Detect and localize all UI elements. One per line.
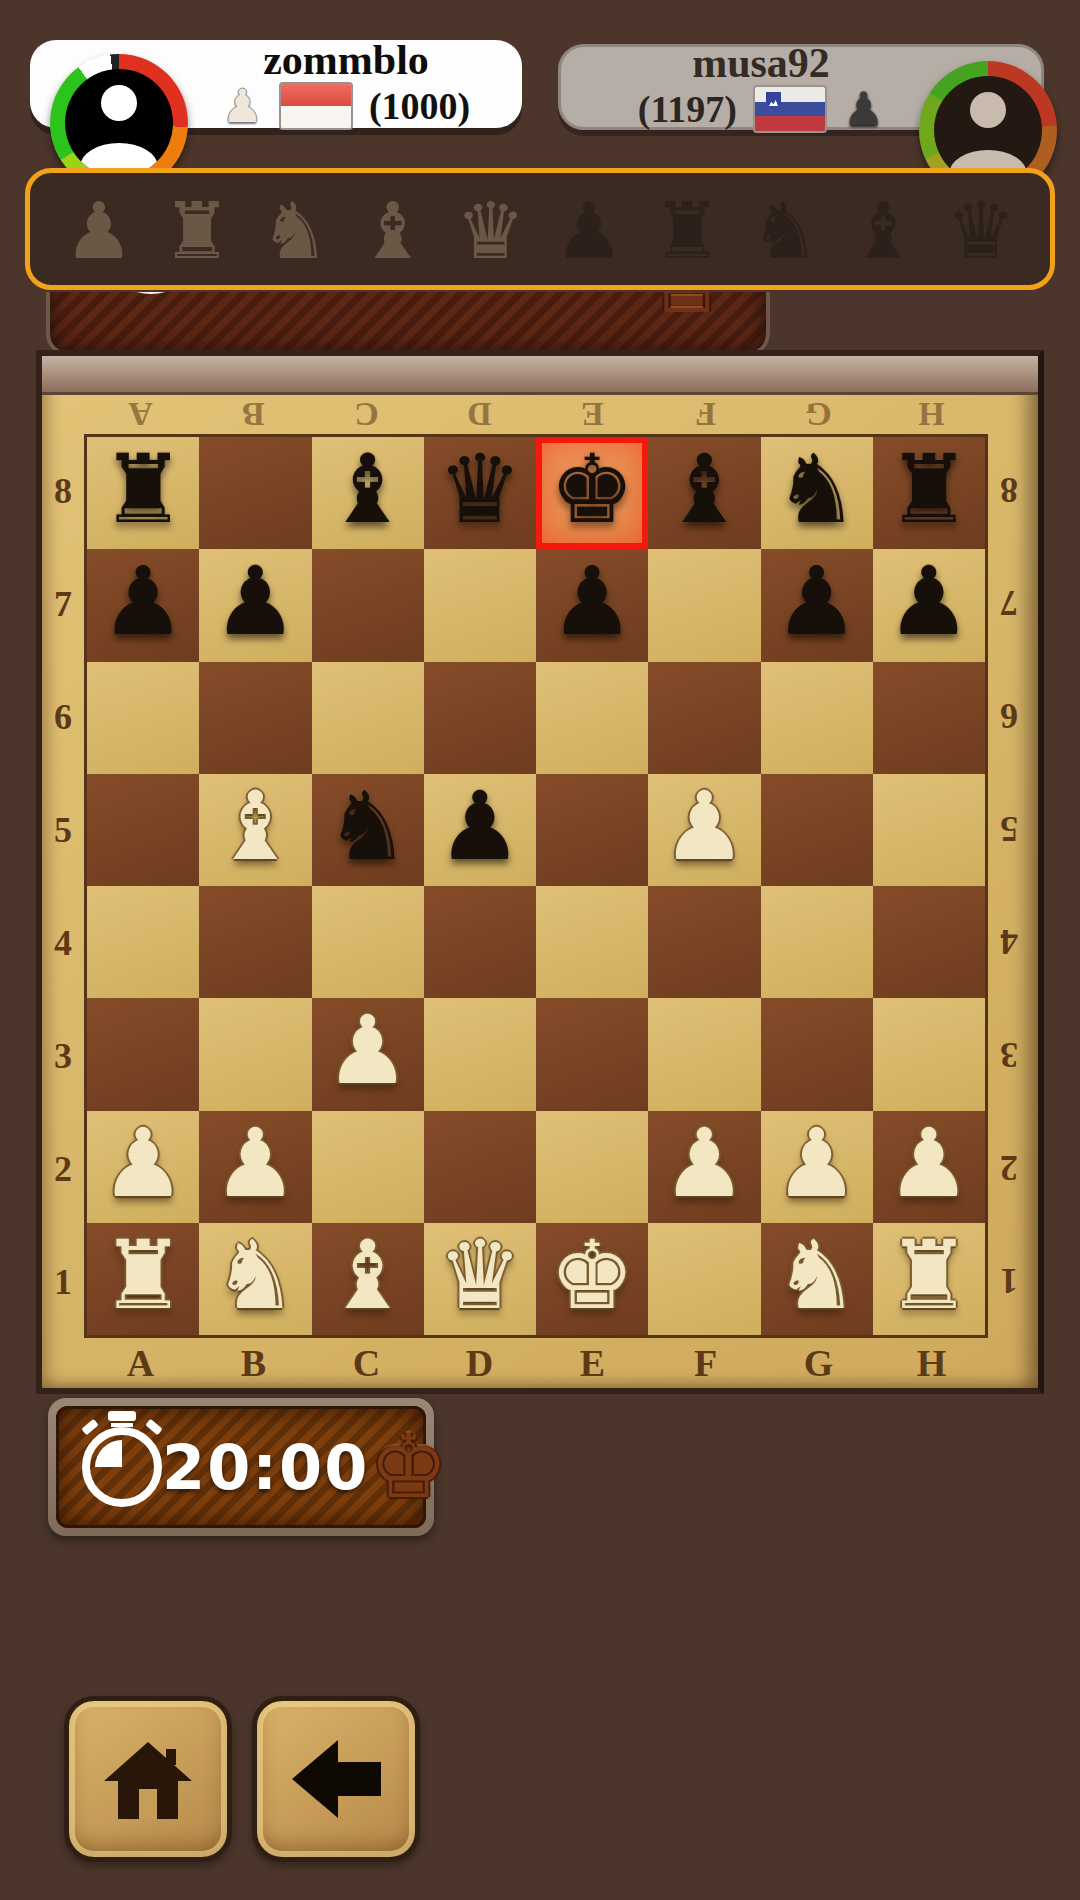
white-pawn-h2: ♟ — [873, 1107, 985, 1219]
file-label-top-D: D — [423, 394, 536, 434]
square-h4[interactable] — [873, 886, 985, 998]
square-a1[interactable]: ♜ — [87, 1223, 199, 1335]
stopwatch-icon — [82, 1427, 162, 1507]
tray-black-queen-icon: ♛ — [946, 179, 1016, 283]
person-icon — [101, 85, 137, 121]
tray-white-knight-icon: ♞ — [260, 179, 330, 283]
square-e7[interactable]: ♟ — [536, 549, 648, 661]
black-knight-c5: ♞ — [312, 770, 424, 882]
file-label-bottom-E: E — [536, 1338, 649, 1388]
square-b5[interactable]: ♝ — [199, 774, 311, 886]
square-b1[interactable]: ♞ — [199, 1223, 311, 1335]
square-f6[interactable] — [648, 662, 760, 774]
back-button[interactable] — [252, 1696, 420, 1862]
rank-label-right-2: 2 — [988, 1112, 1030, 1225]
file-label-bottom-D: D — [423, 1338, 536, 1388]
player-name-white: zommblo — [170, 38, 522, 82]
stopwatch-icon — [102, 292, 200, 294]
white-king-e1: ♚ — [536, 1219, 648, 1331]
rank-label-right-7: 7 — [988, 547, 1030, 660]
rank-label-right-6: 6 — [988, 660, 1030, 773]
square-f8[interactable]: ♝ — [648, 437, 760, 549]
app-root: { "game": "chess", "position": { "fen": … — [0, 0, 1080, 1900]
white-bishop-b5: ♝ — [199, 770, 311, 882]
white-pawn-c3: ♟ — [312, 994, 424, 1106]
square-g4[interactable] — [761, 886, 873, 998]
rank-label-right-3: 3 — [988, 999, 1030, 1112]
square-e8[interactable]: ♚ — [536, 437, 648, 549]
square-d1[interactable]: ♛ — [424, 1223, 536, 1335]
opponent-timer-bar: ♚ — [46, 292, 770, 356]
black-pawn-b7: ♟ — [199, 545, 311, 657]
square-e6[interactable] — [536, 662, 648, 774]
square-a8[interactable]: ♜ — [87, 437, 199, 549]
square-a7[interactable]: ♟ — [87, 549, 199, 661]
square-h3[interactable] — [873, 998, 985, 1110]
square-g2[interactable]: ♟ — [761, 1111, 873, 1223]
square-d2[interactable] — [424, 1111, 536, 1223]
white-pawn-f2: ♟ — [648, 1107, 760, 1219]
white-pawn-f5: ♟ — [648, 770, 760, 882]
square-d4[interactable] — [424, 886, 536, 998]
square-h2[interactable]: ♟ — [873, 1111, 985, 1223]
player-rating-black: (1197) — [638, 87, 737, 131]
rank-label-left-4: 4 — [42, 886, 84, 999]
tray-black-knight-icon: ♞ — [750, 179, 820, 283]
file-label-top-A: A — [84, 394, 197, 434]
square-c4[interactable] — [312, 886, 424, 998]
rank-label-left-8: 8 — [42, 434, 84, 547]
square-c3[interactable]: ♟ — [312, 998, 424, 1110]
person-icon — [970, 92, 1006, 128]
captured-black-group: ♟ ♜ ♞ ♝ ♛ — [554, 179, 1016, 283]
square-h6[interactable] — [873, 662, 985, 774]
file-label-bottom-C: C — [310, 1338, 423, 1388]
rank-label-right-5: 5 — [988, 773, 1030, 886]
rank-label-left-7: 7 — [42, 547, 84, 660]
file-label-top-E: E — [536, 394, 649, 434]
captured-pieces-tray: ♟ ♜ ♞ ♝ ♛ ♟ ♜ ♞ ♝ ♛ — [25, 168, 1055, 290]
file-label-bottom-B: B — [197, 1338, 310, 1388]
back-arrow-icon — [286, 1729, 386, 1829]
black-pawn-g7: ♟ — [761, 545, 873, 657]
tray-white-queen-icon: ♛ — [456, 179, 526, 283]
white-rook-a1: ♜ — [87, 1219, 199, 1331]
chess-board: ♜♝♛♚♝♞♜♟♟♟♟♟♝♞♟♟♟♟♟♟♟♟♜♞♝♛♚♞♜ 8877665544… — [36, 350, 1044, 1394]
square-g6[interactable] — [761, 662, 873, 774]
square-b3[interactable] — [199, 998, 311, 1110]
player-rating-white: (1000) — [369, 84, 470, 128]
white-pawn-icon: ♟ — [222, 83, 263, 129]
player-name-black: musa92 — [631, 41, 891, 85]
square-d8[interactable]: ♛ — [424, 437, 536, 549]
black-knight-g8: ♞ — [761, 433, 873, 545]
square-g8[interactable]: ♞ — [761, 437, 873, 549]
square-h1[interactable]: ♜ — [873, 1223, 985, 1335]
home-button[interactable] — [64, 1696, 232, 1862]
rank-label-left-3: 3 — [42, 999, 84, 1112]
square-b6[interactable] — [199, 662, 311, 774]
square-e1[interactable]: ♚ — [536, 1223, 648, 1335]
black-king-icon: ♚ — [369, 1412, 448, 1522]
home-icon — [98, 1729, 198, 1829]
bottom-nav — [64, 1696, 420, 1862]
captured-white-group: ♟ ♜ ♞ ♝ ♛ — [64, 179, 526, 283]
white-pawn-g2: ♟ — [761, 1107, 873, 1219]
black-bishop-f8: ♝ — [648, 433, 760, 545]
player-timer-bar: 20:00 ♚ — [56, 1406, 426, 1528]
board-grid: ♜♝♛♚♝♞♜♟♟♟♟♟♝♞♟♟♟♟♟♟♟♟♜♞♝♛♚♞♜ — [84, 434, 988, 1338]
file-label-bottom-F: F — [649, 1338, 762, 1388]
tray-black-pawn-icon: ♟ — [554, 179, 624, 283]
tray-white-rook-icon: ♜ — [162, 179, 232, 283]
square-b8[interactable] — [199, 437, 311, 549]
black-rook-a8: ♜ — [87, 433, 199, 545]
tray-white-pawn-icon: ♟ — [64, 179, 134, 283]
square-a3[interactable] — [87, 998, 199, 1110]
square-h7[interactable]: ♟ — [873, 549, 985, 661]
rank-label-right-1: 1 — [988, 1225, 1030, 1338]
square-d7[interactable] — [424, 549, 536, 661]
white-pawn-b2: ♟ — [199, 1107, 311, 1219]
square-h8[interactable]: ♜ — [873, 437, 985, 549]
square-d3[interactable] — [424, 998, 536, 1110]
square-c2[interactable] — [312, 1111, 424, 1223]
square-f3[interactable] — [648, 998, 760, 1110]
square-g7[interactable]: ♟ — [761, 549, 873, 661]
black-pawn-a7: ♟ — [87, 545, 199, 657]
white-rook-h1: ♜ — [873, 1219, 985, 1331]
file-label-bottom-A: A — [84, 1338, 197, 1388]
white-knight-g1: ♞ — [761, 1219, 873, 1331]
square-f4[interactable] — [648, 886, 760, 998]
square-f1[interactable] — [648, 1223, 760, 1335]
file-label-top-B: B — [197, 394, 310, 434]
square-g1[interactable]: ♞ — [761, 1223, 873, 1335]
square-a5[interactable] — [87, 774, 199, 886]
file-label-top-G: G — [762, 394, 875, 434]
avatar-white-photo — [65, 69, 173, 177]
square-g3[interactable] — [761, 998, 873, 1110]
square-a6[interactable] — [87, 662, 199, 774]
square-e3[interactable] — [536, 998, 648, 1110]
file-label-bottom-H: H — [875, 1338, 988, 1388]
tray-black-rook-icon: ♜ — [652, 179, 722, 283]
slovenia-flag-icon — [753, 85, 827, 133]
file-label-top-H: H — [875, 394, 988, 434]
square-f7[interactable] — [648, 549, 760, 661]
rank-label-left-1: 1 — [42, 1225, 84, 1338]
square-d5[interactable]: ♟ — [424, 774, 536, 886]
square-e2[interactable] — [536, 1111, 648, 1223]
square-c7[interactable] — [312, 549, 424, 661]
white-pawn-a2: ♟ — [87, 1107, 199, 1219]
square-c6[interactable] — [312, 662, 424, 774]
player-timer: 20:00 ♚ — [48, 1398, 434, 1536]
indonesia-flag-icon — [279, 82, 353, 130]
square-f5[interactable]: ♟ — [648, 774, 760, 886]
square-b4[interactable] — [199, 886, 311, 998]
tray-white-bishop-icon: ♝ — [358, 179, 428, 283]
board-top-bevel — [42, 356, 1038, 395]
white-queen-d1: ♛ — [424, 1219, 536, 1331]
black-pawn-d5: ♟ — [424, 770, 536, 882]
rank-label-right-8: 8 — [988, 434, 1030, 547]
player-card-white: zommblo ♟ (1000) — [30, 40, 522, 128]
square-c1[interactable]: ♝ — [312, 1223, 424, 1335]
file-label-top-C: C — [310, 394, 423, 434]
rank-label-left-6: 6 — [42, 660, 84, 773]
square-e4[interactable] — [536, 886, 648, 998]
black-bishop-c8: ♝ — [312, 433, 424, 545]
black-pawn-h7: ♟ — [873, 545, 985, 657]
square-g5[interactable] — [761, 774, 873, 886]
tray-black-bishop-icon: ♝ — [848, 179, 918, 283]
square-e5[interactable] — [536, 774, 648, 886]
square-b7[interactable]: ♟ — [199, 549, 311, 661]
white-bishop-c1: ♝ — [312, 1219, 424, 1331]
square-c5[interactable]: ♞ — [312, 774, 424, 886]
timer-value: 20:00 — [162, 1431, 369, 1504]
black-pawn-e7: ♟ — [536, 545, 648, 657]
black-queen-d8: ♛ — [424, 433, 536, 545]
king-icon: ♚ — [642, 292, 732, 328]
black-king-e8: ♚ — [536, 433, 648, 545]
white-knight-b1: ♞ — [199, 1219, 311, 1331]
square-a2[interactable]: ♟ — [87, 1111, 199, 1223]
rank-label-left-5: 5 — [42, 773, 84, 886]
file-label-bottom-G: G — [762, 1338, 875, 1388]
square-f2[interactable]: ♟ — [648, 1111, 760, 1223]
opponent-timer-partial: ♚ — [46, 292, 770, 356]
square-h5[interactable] — [873, 774, 985, 886]
black-rook-h8: ♜ — [873, 433, 985, 545]
rank-label-right-4: 4 — [988, 886, 1030, 999]
rank-label-left-2: 2 — [42, 1112, 84, 1225]
file-label-top-F: F — [649, 394, 762, 434]
square-c8[interactable]: ♝ — [312, 437, 424, 549]
black-pawn-icon: ♟ — [843, 86, 884, 132]
square-b2[interactable]: ♟ — [199, 1111, 311, 1223]
square-d6[interactable] — [424, 662, 536, 774]
player-card-black: musa92 (1197) ♟ — [558, 44, 1044, 130]
square-a4[interactable] — [87, 886, 199, 998]
